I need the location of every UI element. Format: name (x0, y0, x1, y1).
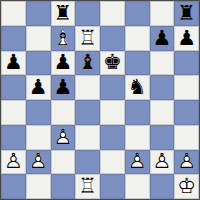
square-b3[interactable] (26, 125, 51, 150)
square-c2[interactable] (51, 150, 76, 175)
square-c4[interactable] (51, 100, 76, 125)
square-g4[interactable] (150, 100, 175, 125)
square-f3[interactable] (125, 125, 150, 150)
black-bishop[interactable]: ♝ (75, 51, 100, 76)
square-d5[interactable] (75, 75, 100, 100)
chess-board: ♜♜♝♗♜♖♟♟♟♟♝♚♟♟♞♟♙♟♙♟♙♟♙♟♙♟♙♜♖♚♔ (0, 0, 200, 200)
white-king[interactable]: ♚♔ (174, 174, 199, 199)
square-h7[interactable]: ♟ (174, 26, 199, 51)
square-c6[interactable]: ♟ (51, 51, 76, 76)
square-e2[interactable] (100, 150, 125, 175)
square-h6[interactable] (174, 51, 199, 76)
black-knight[interactable]: ♞ (125, 75, 150, 100)
square-a5[interactable] (1, 75, 26, 100)
black-pawn[interactable]: ♟ (26, 75, 51, 100)
black-pawn[interactable]: ♟ (174, 26, 199, 51)
white-pawn[interactable]: ♟♙ (51, 125, 76, 150)
square-b1[interactable] (26, 174, 51, 199)
square-e4[interactable] (100, 100, 125, 125)
square-d6[interactable]: ♝ (75, 51, 100, 76)
square-h3[interactable] (174, 125, 199, 150)
square-g5[interactable] (150, 75, 175, 100)
square-a8[interactable] (1, 1, 26, 26)
square-g6[interactable] (150, 51, 175, 76)
square-f5[interactable]: ♞ (125, 75, 150, 100)
square-a3[interactable] (1, 125, 26, 150)
square-d8[interactable] (75, 1, 100, 26)
black-king[interactable]: ♚ (100, 51, 125, 76)
square-b5[interactable]: ♟ (26, 75, 51, 100)
white-pawn[interactable]: ♟♙ (174, 150, 199, 175)
square-h4[interactable] (174, 100, 199, 125)
square-f6[interactable] (125, 51, 150, 76)
square-d3[interactable] (75, 125, 100, 150)
square-e1[interactable] (100, 174, 125, 199)
square-h2[interactable]: ♟♙ (174, 150, 199, 175)
square-b2[interactable]: ♟♙ (26, 150, 51, 175)
square-e5[interactable] (100, 75, 125, 100)
square-f2[interactable]: ♟♙ (125, 150, 150, 175)
square-a2[interactable]: ♟♙ (1, 150, 26, 175)
square-a4[interactable] (1, 100, 26, 125)
square-d1[interactable]: ♜♖ (75, 174, 100, 199)
square-d4[interactable] (75, 100, 100, 125)
chess-board-screenshot: ♜♜♝♗♜♖♟♟♟♟♝♚♟♟♞♟♙♟♙♟♙♟♙♟♙♟♙♜♖♚♔ (0, 0, 200, 200)
square-b8[interactable] (26, 1, 51, 26)
square-g1[interactable] (150, 174, 175, 199)
square-b6[interactable] (26, 51, 51, 76)
square-c5[interactable]: ♟ (51, 75, 76, 100)
square-e3[interactable] (100, 125, 125, 150)
square-h5[interactable] (174, 75, 199, 100)
square-g3[interactable] (150, 125, 175, 150)
black-pawn[interactable]: ♟ (51, 75, 76, 100)
square-g8[interactable] (150, 1, 175, 26)
white-rook[interactable]: ♜♖ (75, 26, 100, 51)
square-h1[interactable]: ♚♔ (174, 174, 199, 199)
square-b7[interactable] (26, 26, 51, 51)
square-c1[interactable] (51, 174, 76, 199)
black-pawn[interactable]: ♟ (1, 51, 26, 76)
square-c8[interactable]: ♜ (51, 1, 76, 26)
square-g7[interactable]: ♟ (150, 26, 175, 51)
square-f8[interactable] (125, 1, 150, 26)
black-rook[interactable]: ♜ (174, 1, 199, 26)
white-rook[interactable]: ♜♖ (75, 174, 100, 199)
white-pawn[interactable]: ♟♙ (26, 150, 51, 175)
square-f7[interactable] (125, 26, 150, 51)
square-c3[interactable]: ♟♙ (51, 125, 76, 150)
white-pawn[interactable]: ♟♙ (1, 150, 26, 175)
white-bishop[interactable]: ♝♗ (51, 26, 76, 51)
black-rook[interactable]: ♜ (51, 1, 76, 26)
square-g2[interactable]: ♟♙ (150, 150, 175, 175)
square-d7[interactable]: ♜♖ (75, 26, 100, 51)
square-d2[interactable] (75, 150, 100, 175)
white-pawn[interactable]: ♟♙ (150, 150, 175, 175)
black-pawn[interactable]: ♟ (150, 26, 175, 51)
square-e6[interactable]: ♚ (100, 51, 125, 76)
square-c7[interactable]: ♝♗ (51, 26, 76, 51)
square-h8[interactable]: ♜ (174, 1, 199, 26)
square-f4[interactable] (125, 100, 150, 125)
square-a1[interactable] (1, 174, 26, 199)
square-e7[interactable] (100, 26, 125, 51)
square-b4[interactable] (26, 100, 51, 125)
black-pawn[interactable]: ♟ (51, 51, 76, 76)
square-a7[interactable] (1, 26, 26, 51)
square-a6[interactable]: ♟ (1, 51, 26, 76)
white-pawn[interactable]: ♟♙ (125, 150, 150, 175)
square-f1[interactable] (125, 174, 150, 199)
square-e8[interactable] (100, 1, 125, 26)
